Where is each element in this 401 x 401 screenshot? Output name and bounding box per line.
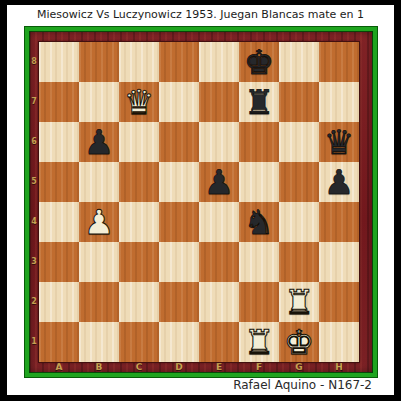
square-a7[interactable] bbox=[39, 82, 79, 122]
file-label-c: C bbox=[119, 362, 159, 373]
file-label-g: G bbox=[279, 362, 319, 373]
square-a8[interactable] bbox=[39, 42, 79, 82]
square-g4[interactable] bbox=[279, 202, 319, 242]
white-queen: ♛ bbox=[124, 82, 154, 122]
square-g3[interactable] bbox=[279, 242, 319, 282]
square-b1[interactable] bbox=[79, 322, 119, 362]
square-b6[interactable]: ♟ bbox=[79, 122, 119, 162]
black-rook: ♜ bbox=[244, 82, 274, 122]
square-f5[interactable] bbox=[239, 162, 279, 202]
square-e2[interactable] bbox=[199, 282, 239, 322]
square-b4[interactable]: ♟ bbox=[79, 202, 119, 242]
square-b8[interactable] bbox=[79, 42, 119, 82]
square-d3[interactable] bbox=[159, 242, 199, 282]
square-c2[interactable] bbox=[119, 282, 159, 322]
square-f6[interactable] bbox=[239, 122, 279, 162]
file-label-a: A bbox=[39, 362, 79, 373]
screenshot-page: Miesowicz Vs Luczynowicz 1953. Juegan Bl… bbox=[0, 0, 401, 401]
square-h6[interactable]: ♛ bbox=[319, 122, 359, 162]
file-label-d: D bbox=[159, 362, 199, 373]
square-d5[interactable] bbox=[159, 162, 199, 202]
file-label-h: H bbox=[319, 362, 359, 373]
square-b2[interactable] bbox=[79, 282, 119, 322]
square-f7[interactable]: ♜ bbox=[239, 82, 279, 122]
square-f2[interactable] bbox=[239, 282, 279, 322]
square-g5[interactable] bbox=[279, 162, 319, 202]
square-b7[interactable] bbox=[79, 82, 119, 122]
square-a4[interactable] bbox=[39, 202, 79, 242]
chess-board-frame: 87654321 ABCDEFGH ♚♛♜♟♛♟♟♟♞♜♜♚ bbox=[25, 27, 377, 377]
square-c7[interactable]: ♛ bbox=[119, 82, 159, 122]
rank-label-2: 2 bbox=[29, 282, 39, 322]
file-labels: ABCDEFGH bbox=[39, 362, 359, 373]
square-h5[interactable]: ♟ bbox=[319, 162, 359, 202]
square-f1[interactable]: ♜ bbox=[239, 322, 279, 362]
white-king: ♚ bbox=[284, 322, 314, 362]
square-g6[interactable] bbox=[279, 122, 319, 162]
square-c3[interactable] bbox=[119, 242, 159, 282]
square-c6[interactable] bbox=[119, 122, 159, 162]
square-c5[interactable] bbox=[119, 162, 159, 202]
square-f4[interactable]: ♞ bbox=[239, 202, 279, 242]
white-rook: ♜ bbox=[284, 282, 314, 322]
black-pawn: ♟ bbox=[204, 162, 234, 202]
square-b3[interactable] bbox=[79, 242, 119, 282]
square-a5[interactable] bbox=[39, 162, 79, 202]
file-label-f: F bbox=[239, 362, 279, 373]
rank-label-5: 5 bbox=[29, 162, 39, 202]
rank-label-6: 6 bbox=[29, 122, 39, 162]
square-g8[interactable] bbox=[279, 42, 319, 82]
square-d6[interactable] bbox=[159, 122, 199, 162]
square-a1[interactable] bbox=[39, 322, 79, 362]
square-h2[interactable] bbox=[319, 282, 359, 322]
chess-board: ♚♛♜♟♛♟♟♟♞♜♜♚ bbox=[39, 42, 359, 362]
square-h1[interactable] bbox=[319, 322, 359, 362]
attribution-text: Rafael Aquino - N167-2 bbox=[233, 377, 372, 393]
rank-label-7: 7 bbox=[29, 82, 39, 122]
square-g2[interactable]: ♜ bbox=[279, 282, 319, 322]
square-d2[interactable] bbox=[159, 282, 199, 322]
black-king: ♚ bbox=[244, 42, 274, 82]
square-d1[interactable] bbox=[159, 322, 199, 362]
white-rook: ♜ bbox=[244, 322, 274, 362]
square-h7[interactable] bbox=[319, 82, 359, 122]
black-knight: ♞ bbox=[244, 202, 274, 242]
black-pawn: ♟ bbox=[84, 122, 114, 162]
file-label-b: B bbox=[79, 362, 119, 373]
black-queen: ♛ bbox=[324, 122, 354, 162]
square-e4[interactable] bbox=[199, 202, 239, 242]
square-f3[interactable] bbox=[239, 242, 279, 282]
rank-labels: 87654321 bbox=[29, 42, 39, 362]
file-label-e: E bbox=[199, 362, 239, 373]
rank-label-4: 4 bbox=[29, 202, 39, 242]
rank-label-8: 8 bbox=[29, 42, 39, 82]
square-h3[interactable] bbox=[319, 242, 359, 282]
puzzle-title: Miesowicz Vs Luczynowicz 1953. Juegan Bl… bbox=[0, 7, 401, 23]
square-d4[interactable] bbox=[159, 202, 199, 242]
square-g1[interactable]: ♚ bbox=[279, 322, 319, 362]
rank-label-3: 3 bbox=[29, 242, 39, 282]
square-h4[interactable] bbox=[319, 202, 359, 242]
square-c8[interactable] bbox=[119, 42, 159, 82]
square-e6[interactable] bbox=[199, 122, 239, 162]
square-a2[interactable] bbox=[39, 282, 79, 322]
square-e8[interactable] bbox=[199, 42, 239, 82]
white-pawn: ♟ bbox=[84, 202, 114, 242]
square-c4[interactable] bbox=[119, 202, 159, 242]
square-a3[interactable] bbox=[39, 242, 79, 282]
square-g7[interactable] bbox=[279, 82, 319, 122]
square-f8[interactable]: ♚ bbox=[239, 42, 279, 82]
square-e3[interactable] bbox=[199, 242, 239, 282]
square-d8[interactable] bbox=[159, 42, 199, 82]
square-a6[interactable] bbox=[39, 122, 79, 162]
square-h8[interactable] bbox=[319, 42, 359, 82]
square-e1[interactable] bbox=[199, 322, 239, 362]
rank-label-1: 1 bbox=[29, 322, 39, 362]
black-pawn: ♟ bbox=[324, 162, 354, 202]
square-d7[interactable] bbox=[159, 82, 199, 122]
square-e5[interactable]: ♟ bbox=[199, 162, 239, 202]
square-b5[interactable] bbox=[79, 162, 119, 202]
square-e7[interactable] bbox=[199, 82, 239, 122]
square-c1[interactable] bbox=[119, 322, 159, 362]
